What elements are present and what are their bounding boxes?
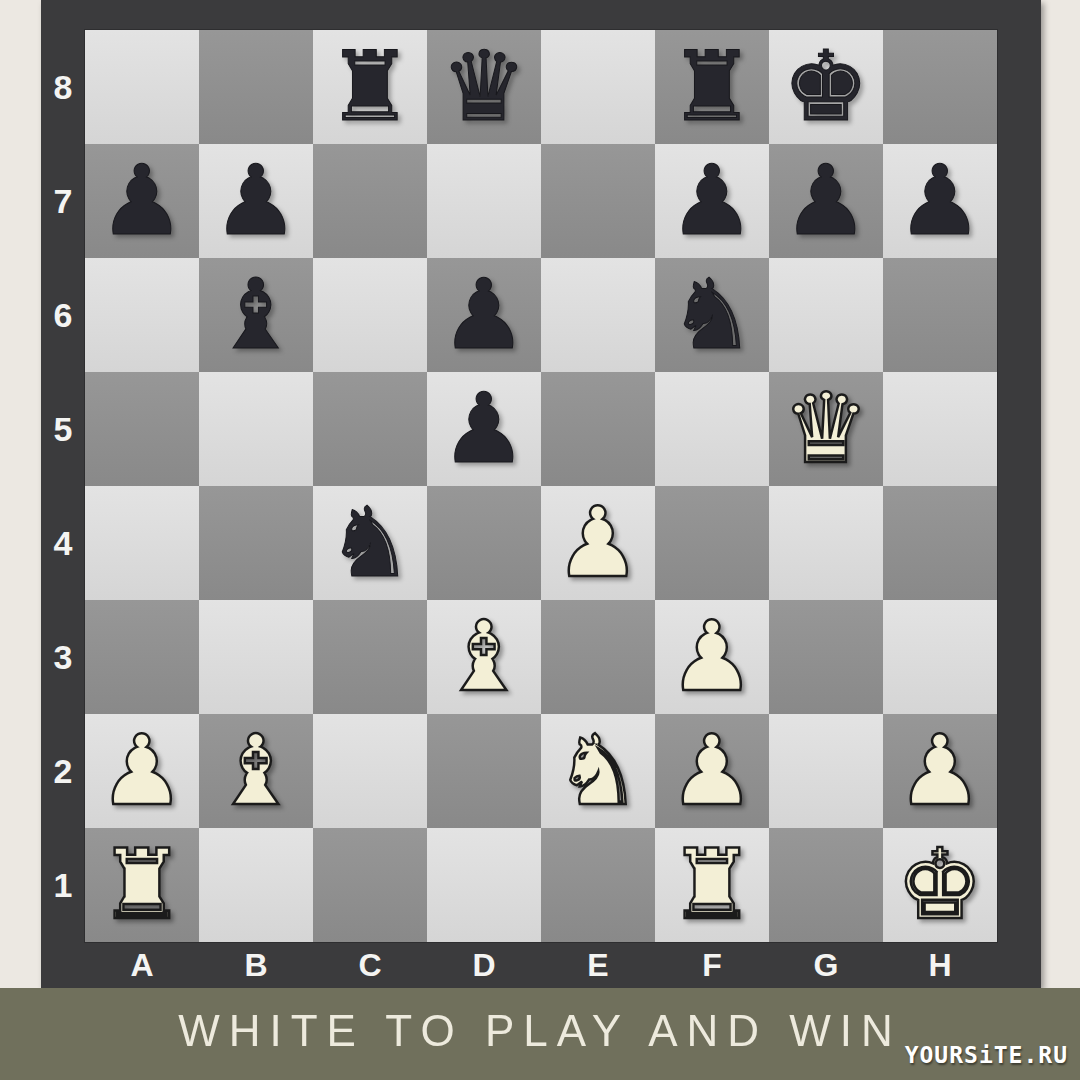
square-a4[interactable] [85, 486, 199, 600]
board: ♜♛♜♚♟♟♟♟♟♝♟♞♟♛♞♟♝♟♟♝♞♟♟♜♜♚ [85, 30, 997, 942]
black-knight-f6[interactable]: ♞ [669, 258, 756, 372]
white-pawn-f2[interactable]: ♟ [669, 714, 756, 828]
black-rook-c8[interactable]: ♜ [327, 30, 414, 144]
square-e2[interactable]: ♞ [541, 714, 655, 828]
square-e4[interactable]: ♟ [541, 486, 655, 600]
square-a5[interactable] [85, 372, 199, 486]
square-b8[interactable] [199, 30, 313, 144]
white-rook-f1[interactable]: ♜ [669, 828, 756, 942]
square-c7[interactable] [313, 144, 427, 258]
file-label-a: A [85, 942, 199, 988]
square-g7[interactable]: ♟ [769, 144, 883, 258]
square-d6[interactable]: ♟ [427, 258, 541, 372]
square-d5[interactable]: ♟ [427, 372, 541, 486]
rank-labels: 87654321 [41, 30, 85, 942]
square-h3[interactable] [883, 600, 997, 714]
file-label-c: C [313, 942, 427, 988]
square-f3[interactable]: ♟ [655, 600, 769, 714]
white-rook-a1[interactable]: ♜ [99, 828, 186, 942]
square-c1[interactable] [313, 828, 427, 942]
black-pawn-b7[interactable]: ♟ [213, 144, 300, 258]
square-g1[interactable] [769, 828, 883, 942]
white-queen-g5[interactable]: ♛ [783, 372, 870, 486]
square-b3[interactable] [199, 600, 313, 714]
square-f7[interactable]: ♟ [655, 144, 769, 258]
file-label-g: G [769, 942, 883, 988]
square-e7[interactable] [541, 144, 655, 258]
square-g6[interactable] [769, 258, 883, 372]
rank-label-6: 6 [41, 258, 85, 372]
square-d7[interactable] [427, 144, 541, 258]
square-b7[interactable]: ♟ [199, 144, 313, 258]
square-b4[interactable] [199, 486, 313, 600]
square-a2[interactable]: ♟ [85, 714, 199, 828]
caption-text: WHITE TO PLAY AND WIN [178, 1006, 902, 1057]
square-h5[interactable] [883, 372, 997, 486]
white-king-h1[interactable]: ♚ [897, 828, 984, 942]
square-e3[interactable] [541, 600, 655, 714]
white-bishop-d3[interactable]: ♝ [441, 600, 528, 714]
rank-label-7: 7 [41, 144, 85, 258]
square-f1[interactable]: ♜ [655, 828, 769, 942]
square-g4[interactable] [769, 486, 883, 600]
square-g8[interactable]: ♚ [769, 30, 883, 144]
square-b6[interactable]: ♝ [199, 258, 313, 372]
rank-label-5: 5 [41, 372, 85, 486]
white-knight-e2[interactable]: ♞ [555, 714, 642, 828]
square-b1[interactable] [199, 828, 313, 942]
rank-label-1: 1 [41, 828, 85, 942]
black-pawn-g7[interactable]: ♟ [783, 144, 870, 258]
square-e8[interactable] [541, 30, 655, 144]
square-d2[interactable] [427, 714, 541, 828]
square-h7[interactable]: ♟ [883, 144, 997, 258]
black-rook-f8[interactable]: ♜ [669, 30, 756, 144]
white-pawn-e4[interactable]: ♟ [555, 486, 642, 600]
square-f6[interactable]: ♞ [655, 258, 769, 372]
square-d3[interactable]: ♝ [427, 600, 541, 714]
black-bishop-b6[interactable]: ♝ [213, 258, 300, 372]
black-pawn-a7[interactable]: ♟ [99, 144, 186, 258]
square-a1[interactable]: ♜ [85, 828, 199, 942]
black-queen-d8[interactable]: ♛ [441, 30, 528, 144]
square-a7[interactable]: ♟ [85, 144, 199, 258]
rank-label-8: 8 [41, 30, 85, 144]
square-e6[interactable] [541, 258, 655, 372]
square-g5[interactable]: ♛ [769, 372, 883, 486]
black-pawn-h7[interactable]: ♟ [897, 144, 984, 258]
black-knight-c4[interactable]: ♞ [327, 486, 414, 600]
square-h8[interactable] [883, 30, 997, 144]
square-c8[interactable]: ♜ [313, 30, 427, 144]
square-g2[interactable] [769, 714, 883, 828]
square-c2[interactable] [313, 714, 427, 828]
white-pawn-h2[interactable]: ♟ [897, 714, 984, 828]
square-f2[interactable]: ♟ [655, 714, 769, 828]
square-a8[interactable] [85, 30, 199, 144]
square-c5[interactable] [313, 372, 427, 486]
square-b2[interactable]: ♝ [199, 714, 313, 828]
rank-label-4: 4 [41, 486, 85, 600]
square-d8[interactable]: ♛ [427, 30, 541, 144]
square-d4[interactable] [427, 486, 541, 600]
rank-label-3: 3 [41, 600, 85, 714]
page: 87654321 ♜♛♜♚♟♟♟♟♟♝♟♞♟♛♞♟♝♟♟♝♞♟♟♜♜♚ ABCD… [0, 0, 1080, 1080]
white-pawn-a2[interactable]: ♟ [99, 714, 186, 828]
square-f4[interactable] [655, 486, 769, 600]
white-bishop-b2[interactable]: ♝ [213, 714, 300, 828]
file-label-h: H [883, 942, 997, 988]
square-e5[interactable] [541, 372, 655, 486]
black-pawn-d5[interactable]: ♟ [441, 372, 528, 486]
file-label-d: D [427, 942, 541, 988]
square-a3[interactable] [85, 600, 199, 714]
file-label-f: F [655, 942, 769, 988]
square-h2[interactable]: ♟ [883, 714, 997, 828]
file-labels: ABCDEFGH [85, 942, 997, 988]
rank-label-2: 2 [41, 714, 85, 828]
black-pawn-f7[interactable]: ♟ [669, 144, 756, 258]
square-c4[interactable]: ♞ [313, 486, 427, 600]
square-f5[interactable] [655, 372, 769, 486]
file-label-e: E [541, 942, 655, 988]
black-pawn-d6[interactable]: ♟ [441, 258, 528, 372]
square-e1[interactable] [541, 828, 655, 942]
square-h1[interactable]: ♚ [883, 828, 997, 942]
square-f8[interactable]: ♜ [655, 30, 769, 144]
black-king-g8[interactable]: ♚ [783, 30, 870, 144]
square-h4[interactable] [883, 486, 997, 600]
square-c6[interactable] [313, 258, 427, 372]
square-d1[interactable] [427, 828, 541, 942]
square-h6[interactable] [883, 258, 997, 372]
square-b5[interactable] [199, 372, 313, 486]
square-a6[interactable] [85, 258, 199, 372]
square-g3[interactable] [769, 600, 883, 714]
board-frame: 87654321 ♜♛♜♚♟♟♟♟♟♝♟♞♟♛♞♟♝♟♟♝♞♟♟♜♜♚ ABCD… [41, 0, 1041, 988]
square-c3[interactable] [313, 600, 427, 714]
watermark: YOURSiTE.RU [905, 1042, 1068, 1068]
file-label-b: B [199, 942, 313, 988]
white-pawn-f3[interactable]: ♟ [669, 600, 756, 714]
